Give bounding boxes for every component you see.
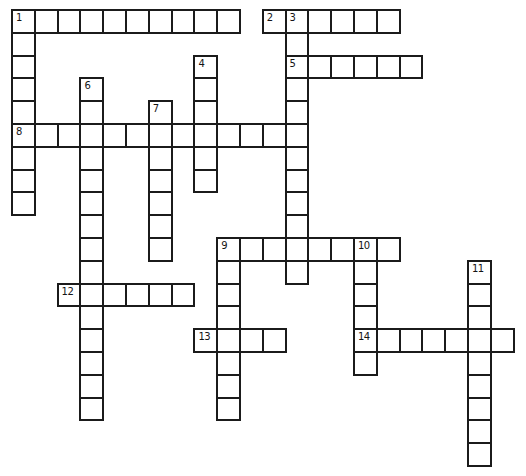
cell-r5c3[interactable] <box>79 123 104 148</box>
cell-r13c20[interactable] <box>467 305 492 330</box>
cell-r0c0[interactable]: 1 <box>11 9 36 34</box>
cell-r12c6[interactable] <box>148 283 173 308</box>
clue-number: 4 <box>198 58 204 69</box>
cell-r5c6[interactable] <box>148 123 173 148</box>
cell-r16c3[interactable] <box>79 374 104 399</box>
cell-r3c8[interactable] <box>193 77 218 102</box>
cell-r5c4[interactable] <box>102 123 127 148</box>
cell-r13c9[interactable] <box>216 305 241 330</box>
cell-r3c3[interactable]: 6 <box>79 77 104 102</box>
crossword-board: 1234567891011121314 <box>0 0 526 476</box>
clue-number: 10 <box>358 240 370 251</box>
cell-r8c6[interactable] <box>148 191 173 216</box>
cell-r10c6[interactable] <box>148 237 173 262</box>
cell-r5c0[interactable]: 8 <box>11 123 36 148</box>
cell-r14c19[interactable] <box>444 328 469 353</box>
cell-r2c17[interactable] <box>399 55 424 80</box>
cell-r6c0[interactable] <box>11 146 36 171</box>
clue-number: 12 <box>62 286 74 297</box>
cell-r0c4[interactable] <box>102 9 127 34</box>
clue-number: 13 <box>198 331 210 342</box>
cell-r12c5[interactable] <box>125 283 150 308</box>
cell-r0c13[interactable] <box>307 9 332 34</box>
cell-r16c9[interactable] <box>216 374 241 399</box>
cell-r10c10[interactable] <box>239 237 264 262</box>
cell-r18c20[interactable] <box>467 419 492 444</box>
cell-r11c12[interactable] <box>285 260 310 285</box>
cell-r14c9[interactable] <box>216 328 241 353</box>
cell-r12c7[interactable] <box>171 283 196 308</box>
cell-r4c0[interactable] <box>11 100 36 125</box>
clue-number: 1 <box>16 12 22 23</box>
cell-r0c5[interactable] <box>125 9 150 34</box>
cell-r11c3[interactable] <box>79 260 104 285</box>
cell-r11c15[interactable] <box>353 260 378 285</box>
clue-number: 3 <box>290 12 296 23</box>
cell-r5c9[interactable] <box>216 123 241 148</box>
cell-r2c14[interactable] <box>330 55 355 80</box>
cell-r4c8[interactable] <box>193 100 218 125</box>
cell-r6c8[interactable] <box>193 146 218 171</box>
cell-r12c3[interactable] <box>79 283 104 308</box>
cell-r0c7[interactable] <box>171 9 196 34</box>
cell-r13c15[interactable] <box>353 305 378 330</box>
cell-r17c3[interactable] <box>79 397 104 422</box>
cell-r2c15[interactable] <box>353 55 378 80</box>
cell-r6c12[interactable] <box>285 146 310 171</box>
cell-r11c9[interactable] <box>216 260 241 285</box>
cell-r6c6[interactable] <box>148 146 173 171</box>
cell-r14c18[interactable] <box>421 328 446 353</box>
cell-r15c15[interactable] <box>353 351 378 376</box>
cell-r10c12[interactable] <box>285 237 310 262</box>
cell-r5c1[interactable] <box>34 123 59 148</box>
cell-r4c3[interactable] <box>79 100 104 125</box>
cell-r5c5[interactable] <box>125 123 150 148</box>
cell-r11c20[interactable]: 11 <box>467 260 492 285</box>
clue-number: 5 <box>290 58 296 69</box>
clue-number: 9 <box>221 240 227 251</box>
cell-r10c16[interactable] <box>376 237 401 262</box>
cell-r0c9[interactable] <box>216 9 241 34</box>
cell-r12c4[interactable] <box>102 283 127 308</box>
cell-r2c12[interactable]: 5 <box>285 55 310 80</box>
cell-r10c13[interactable] <box>307 237 332 262</box>
cell-r14c15[interactable]: 14 <box>353 328 378 353</box>
cell-r8c3[interactable] <box>79 191 104 216</box>
cell-r15c3[interactable] <box>79 351 104 376</box>
cell-r9c3[interactable] <box>79 214 104 239</box>
cell-r3c0[interactable] <box>11 77 36 102</box>
cell-r15c20[interactable] <box>467 351 492 376</box>
cell-r7c12[interactable] <box>285 169 310 194</box>
cell-r0c8[interactable] <box>193 9 218 34</box>
cell-r2c0[interactable] <box>11 55 36 80</box>
cell-r16c20[interactable] <box>467 374 492 399</box>
clue-number: 8 <box>16 126 22 137</box>
cell-r0c12[interactable]: 3 <box>285 9 310 34</box>
cell-r0c16[interactable] <box>376 9 401 34</box>
crossword-page: 1234567891011121314 <box>0 0 526 476</box>
cell-r2c16[interactable] <box>376 55 401 80</box>
cell-r13c3[interactable] <box>79 305 104 330</box>
clue-number: 7 <box>153 103 159 114</box>
cell-r17c9[interactable] <box>216 397 241 422</box>
cell-r14c17[interactable] <box>399 328 424 353</box>
cell-r19c20[interactable] <box>467 442 492 467</box>
cell-r9c6[interactable] <box>148 214 173 239</box>
cell-r6c3[interactable] <box>79 146 104 171</box>
clue-number: 14 <box>358 331 370 342</box>
cell-r5c10[interactable] <box>239 123 264 148</box>
cell-r12c15[interactable] <box>353 283 378 308</box>
cell-r7c0[interactable] <box>11 169 36 194</box>
cell-r5c7[interactable] <box>171 123 196 148</box>
cell-r10c3[interactable] <box>79 237 104 262</box>
clue-number: 6 <box>84 80 90 91</box>
cell-r0c1[interactable] <box>34 9 59 34</box>
cell-r5c11[interactable] <box>262 123 287 148</box>
cell-r4c12[interactable] <box>285 100 310 125</box>
cell-r0c11[interactable]: 2 <box>262 9 287 34</box>
cell-r14c16[interactable] <box>376 328 401 353</box>
cell-r14c8[interactable]: 13 <box>193 328 218 353</box>
clue-number: 11 <box>472 263 484 274</box>
cell-r5c2[interactable] <box>57 123 82 148</box>
cell-r5c8[interactable] <box>193 123 218 148</box>
cell-r4c6[interactable]: 7 <box>148 100 173 125</box>
cell-r14c21[interactable] <box>490 328 515 353</box>
cell-r0c3[interactable] <box>79 9 104 34</box>
cell-r8c12[interactable] <box>285 191 310 216</box>
cell-r5c12[interactable] <box>285 123 310 148</box>
clue-number: 2 <box>267 12 273 23</box>
cell-r7c6[interactable] <box>148 169 173 194</box>
cell-r1c0[interactable] <box>11 32 36 57</box>
cell-r15c9[interactable] <box>216 351 241 376</box>
cell-r0c14[interactable] <box>330 9 355 34</box>
cell-r0c15[interactable] <box>353 9 378 34</box>
cell-r0c6[interactable] <box>148 9 173 34</box>
cell-r9c12[interactable] <box>285 214 310 239</box>
cell-r0c2[interactable] <box>57 9 82 34</box>
cell-r7c3[interactable] <box>79 169 104 194</box>
cell-r14c20[interactable] <box>467 328 492 353</box>
cell-r1c12[interactable] <box>285 32 310 57</box>
cell-r12c2[interactable]: 12 <box>57 283 82 308</box>
cell-r2c8[interactable]: 4 <box>193 55 218 80</box>
cell-r2c13[interactable] <box>307 55 332 80</box>
cell-r14c11[interactable] <box>262 328 287 353</box>
cell-r7c8[interactable] <box>193 169 218 194</box>
cell-r10c11[interactable] <box>262 237 287 262</box>
cell-r14c3[interactable] <box>79 328 104 353</box>
cell-r12c20[interactable] <box>467 283 492 308</box>
cell-r10c15[interactable]: 10 <box>353 237 378 262</box>
cell-r10c9[interactable]: 9 <box>216 237 241 262</box>
cell-r10c14[interactable] <box>330 237 355 262</box>
cell-r17c20[interactable] <box>467 397 492 422</box>
cell-r8c0[interactable] <box>11 191 36 216</box>
cell-r3c12[interactable] <box>285 77 310 102</box>
cell-r12c9[interactable] <box>216 283 241 308</box>
cell-r14c10[interactable] <box>239 328 264 353</box>
